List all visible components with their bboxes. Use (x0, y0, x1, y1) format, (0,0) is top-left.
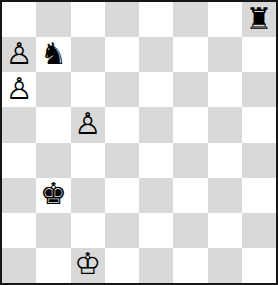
square-a7[interactable]: ♙ (2, 37, 36, 72)
square-d8[interactable] (105, 2, 139, 37)
square-c7[interactable] (71, 37, 105, 72)
square-e6[interactable] (139, 72, 173, 107)
square-f7[interactable] (173, 37, 207, 72)
square-e1[interactable] (139, 248, 173, 283)
square-b5[interactable] (36, 107, 70, 142)
square-f3[interactable] (173, 178, 207, 213)
square-h2[interactable] (242, 213, 276, 248)
square-b1[interactable] (36, 248, 70, 283)
square-c4[interactable] (71, 143, 105, 178)
square-c5[interactable]: ♙ (71, 107, 105, 142)
square-g1[interactable] (208, 248, 242, 283)
piece-black-knight[interactable]: ♞ (40, 39, 67, 69)
square-g5[interactable] (208, 107, 242, 142)
piece-white-pawn[interactable]: ♙ (6, 74, 33, 104)
square-h3[interactable] (242, 178, 276, 213)
square-e7[interactable] (139, 37, 173, 72)
square-d2[interactable] (105, 213, 139, 248)
square-h6[interactable] (242, 72, 276, 107)
square-f8[interactable] (173, 2, 207, 37)
square-d4[interactable] (105, 143, 139, 178)
square-h7[interactable] (242, 37, 276, 72)
square-e4[interactable] (139, 143, 173, 178)
square-h1[interactable] (242, 248, 276, 283)
square-c8[interactable] (71, 2, 105, 37)
square-g6[interactable] (208, 72, 242, 107)
chess-board: ♜♙♞♙♙♚♔ (0, 0, 278, 285)
square-e2[interactable] (139, 213, 173, 248)
square-a6[interactable]: ♙ (2, 72, 36, 107)
square-f6[interactable] (173, 72, 207, 107)
square-e5[interactable] (139, 107, 173, 142)
square-b4[interactable] (36, 143, 70, 178)
square-c3[interactable] (71, 178, 105, 213)
square-a5[interactable] (2, 107, 36, 142)
square-c2[interactable] (71, 213, 105, 248)
square-a8[interactable] (2, 2, 36, 37)
square-a1[interactable] (2, 248, 36, 283)
square-b6[interactable] (36, 72, 70, 107)
square-g2[interactable] (208, 213, 242, 248)
square-h4[interactable] (242, 143, 276, 178)
square-d6[interactable] (105, 72, 139, 107)
square-a2[interactable] (2, 213, 36, 248)
square-a3[interactable] (2, 178, 36, 213)
square-d1[interactable] (105, 248, 139, 283)
chess-diagram: ♜♙♞♙♙♚♔ (0, 0, 278, 285)
square-e3[interactable] (139, 178, 173, 213)
square-a4[interactable] (2, 143, 36, 178)
square-h5[interactable] (242, 107, 276, 142)
square-f5[interactable] (173, 107, 207, 142)
square-f1[interactable] (173, 248, 207, 283)
square-h8[interactable]: ♜ (242, 2, 276, 37)
square-d3[interactable] (105, 178, 139, 213)
square-b3[interactable]: ♚ (36, 178, 70, 213)
square-f4[interactable] (173, 143, 207, 178)
square-b2[interactable] (36, 213, 70, 248)
square-b8[interactable] (36, 2, 70, 37)
piece-white-pawn[interactable]: ♙ (74, 109, 101, 139)
piece-white-king[interactable]: ♔ (74, 249, 101, 279)
square-c6[interactable] (71, 72, 105, 107)
square-g7[interactable] (208, 37, 242, 72)
square-d5[interactable] (105, 107, 139, 142)
square-g4[interactable] (208, 143, 242, 178)
square-b7[interactable]: ♞ (36, 37, 70, 72)
piece-black-king[interactable]: ♚ (40, 179, 67, 209)
piece-black-rook[interactable]: ♜ (245, 4, 272, 34)
square-g8[interactable] (208, 2, 242, 37)
square-e8[interactable] (139, 2, 173, 37)
square-g3[interactable] (208, 178, 242, 213)
square-d7[interactable] (105, 37, 139, 72)
square-f2[interactable] (173, 213, 207, 248)
piece-white-pawn[interactable]: ♙ (6, 39, 33, 69)
square-c1[interactable]: ♔ (71, 248, 105, 283)
